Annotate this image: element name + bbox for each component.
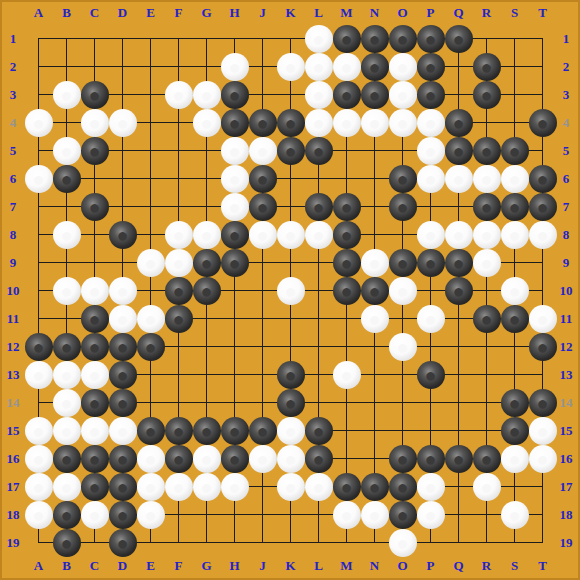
white-stone: ● <box>25 417 53 445</box>
white-stone: ● <box>221 193 249 221</box>
black-stone: ● <box>361 277 389 305</box>
white-stone: ● <box>417 165 445 193</box>
coordinate-label: 6 <box>10 171 17 187</box>
coordinate-label: 1 <box>10 31 17 47</box>
black-stone: ● <box>417 25 445 53</box>
black-stone: ● <box>193 249 221 277</box>
coordinate-label: R <box>482 558 491 574</box>
white-stone: ● <box>249 445 277 473</box>
white-stone: ● <box>137 445 165 473</box>
coordinate-label: 18 <box>560 507 573 523</box>
coordinate-label: 17 <box>560 479 573 495</box>
white-stone: ● <box>25 501 53 529</box>
coordinate-label: 6 <box>563 171 570 187</box>
black-stone: ● <box>333 221 361 249</box>
coordinate-label: N <box>370 5 379 21</box>
coordinate-label: L <box>314 558 323 574</box>
white-stone: ● <box>137 305 165 333</box>
black-stone: ● <box>445 25 473 53</box>
white-stone: ● <box>389 529 417 557</box>
white-stone: ● <box>53 277 81 305</box>
black-stone: ● <box>81 193 109 221</box>
coordinate-label: 3 <box>10 87 17 103</box>
black-stone: ● <box>473 53 501 81</box>
black-stone: ● <box>333 25 361 53</box>
coordinate-label: M <box>340 558 352 574</box>
white-stone: ● <box>361 109 389 137</box>
white-stone: ● <box>221 165 249 193</box>
black-stone: ● <box>193 277 221 305</box>
white-stone: ● <box>165 249 193 277</box>
black-stone: ● <box>501 305 529 333</box>
black-stone: ● <box>529 389 557 417</box>
white-stone: ● <box>109 109 137 137</box>
white-stone: ● <box>277 277 305 305</box>
black-stone: ● <box>81 389 109 417</box>
black-stone: ● <box>305 417 333 445</box>
coordinate-label: H <box>229 558 239 574</box>
black-stone: ● <box>81 333 109 361</box>
coordinate-label: R <box>482 5 491 21</box>
black-stone: ● <box>25 333 53 361</box>
coordinate-label: 18 <box>7 507 20 523</box>
white-stone: ● <box>81 277 109 305</box>
black-stone: ● <box>53 445 81 473</box>
black-stone: ● <box>361 53 389 81</box>
coordinate-label: K <box>285 5 295 21</box>
black-stone: ● <box>333 473 361 501</box>
black-stone: ● <box>333 193 361 221</box>
black-stone: ● <box>333 249 361 277</box>
white-stone: ● <box>501 445 529 473</box>
white-stone: ● <box>25 445 53 473</box>
white-stone: ● <box>473 473 501 501</box>
white-stone: ● <box>417 473 445 501</box>
go-board[interactable]: AABBCCDDEEFFGGHHJJKKLLMMNNOOPPQQRRSSTT11… <box>0 0 580 580</box>
white-stone: ● <box>305 473 333 501</box>
coordinate-label: F <box>175 558 183 574</box>
black-stone: ● <box>501 417 529 445</box>
coordinate-label: K <box>285 558 295 574</box>
coordinate-label: 11 <box>560 311 572 327</box>
white-stone: ● <box>81 417 109 445</box>
black-stone: ● <box>389 25 417 53</box>
black-stone: ● <box>361 25 389 53</box>
coordinate-label: 12 <box>7 339 20 355</box>
coordinate-label: 15 <box>560 423 573 439</box>
white-stone: ● <box>389 81 417 109</box>
white-stone: ● <box>221 473 249 501</box>
white-stone: ● <box>165 473 193 501</box>
black-stone: ● <box>529 193 557 221</box>
black-stone: ● <box>53 529 81 557</box>
coordinate-label: 5 <box>10 143 17 159</box>
coordinate-label: 7 <box>563 199 570 215</box>
coordinate-label: C <box>90 558 99 574</box>
black-stone: ● <box>473 445 501 473</box>
black-stone: ● <box>389 445 417 473</box>
coordinate-label: 10 <box>560 283 573 299</box>
coordinate-label: H <box>229 5 239 21</box>
black-stone: ● <box>53 501 81 529</box>
black-stone: ● <box>221 81 249 109</box>
coordinate-label: 8 <box>563 227 570 243</box>
black-stone: ● <box>109 389 137 417</box>
white-stone: ● <box>25 361 53 389</box>
white-stone: ● <box>389 277 417 305</box>
white-stone: ● <box>305 109 333 137</box>
coordinate-label: O <box>397 5 407 21</box>
coordinate-label: 17 <box>7 479 20 495</box>
white-stone: ● <box>277 221 305 249</box>
white-stone: ● <box>53 389 81 417</box>
coordinate-label: B <box>62 5 71 21</box>
black-stone: ● <box>445 137 473 165</box>
black-stone: ● <box>221 221 249 249</box>
white-stone: ● <box>109 305 137 333</box>
white-stone: ● <box>389 333 417 361</box>
black-stone: ● <box>417 53 445 81</box>
black-stone: ● <box>445 277 473 305</box>
black-stone: ● <box>445 109 473 137</box>
white-stone: ● <box>417 305 445 333</box>
black-stone: ● <box>305 137 333 165</box>
black-stone: ● <box>305 445 333 473</box>
white-stone: ● <box>333 361 361 389</box>
white-stone: ● <box>249 221 277 249</box>
coordinate-label: 2 <box>10 59 17 75</box>
white-stone: ● <box>193 109 221 137</box>
black-stone: ● <box>473 305 501 333</box>
white-stone: ● <box>417 137 445 165</box>
white-stone: ● <box>417 109 445 137</box>
white-stone: ● <box>361 249 389 277</box>
white-stone: ● <box>501 501 529 529</box>
white-stone: ● <box>501 165 529 193</box>
black-stone: ● <box>137 417 165 445</box>
coordinate-label: D <box>118 558 127 574</box>
black-stone: ● <box>109 333 137 361</box>
coordinate-label: M <box>340 5 352 21</box>
white-stone: ● <box>333 501 361 529</box>
coordinate-label: 7 <box>10 199 17 215</box>
black-stone: ● <box>361 81 389 109</box>
white-stone: ● <box>501 277 529 305</box>
black-stone: ● <box>473 193 501 221</box>
coordinate-label: 11 <box>7 311 19 327</box>
black-stone: ● <box>137 333 165 361</box>
white-stone: ● <box>277 53 305 81</box>
white-stone: ● <box>81 361 109 389</box>
white-stone: ● <box>445 165 473 193</box>
white-stone: ● <box>53 417 81 445</box>
black-stone: ● <box>277 361 305 389</box>
black-stone: ● <box>221 445 249 473</box>
white-stone: ● <box>109 277 137 305</box>
white-stone: ● <box>53 137 81 165</box>
white-stone: ● <box>389 53 417 81</box>
black-stone: ● <box>417 361 445 389</box>
white-stone: ● <box>137 473 165 501</box>
black-stone: ● <box>165 305 193 333</box>
coordinate-label: 5 <box>563 143 570 159</box>
black-stone: ● <box>221 417 249 445</box>
white-stone: ● <box>305 81 333 109</box>
white-stone: ● <box>221 137 249 165</box>
black-stone: ● <box>389 473 417 501</box>
coordinate-label: A <box>34 558 43 574</box>
white-stone: ● <box>81 109 109 137</box>
coordinate-label: S <box>511 558 518 574</box>
white-stone: ● <box>25 109 53 137</box>
white-stone: ● <box>53 473 81 501</box>
white-stone: ● <box>249 137 277 165</box>
black-stone: ● <box>501 137 529 165</box>
coordinate-label: Q <box>453 558 463 574</box>
black-stone: ● <box>501 389 529 417</box>
black-stone: ● <box>81 473 109 501</box>
white-stone: ● <box>305 25 333 53</box>
white-stone: ● <box>361 305 389 333</box>
white-stone: ● <box>389 109 417 137</box>
white-stone: ● <box>137 501 165 529</box>
coordinate-label: 13 <box>560 367 573 383</box>
coordinate-label: 14 <box>560 395 573 411</box>
coordinate-label: 9 <box>563 255 570 271</box>
white-stone: ● <box>53 361 81 389</box>
white-stone: ● <box>81 501 109 529</box>
black-stone: ● <box>277 389 305 417</box>
white-stone: ● <box>361 501 389 529</box>
black-stone: ● <box>389 249 417 277</box>
coordinate-label: G <box>201 558 211 574</box>
black-stone: ● <box>277 109 305 137</box>
coordinate-label: T <box>538 558 547 574</box>
white-stone: ● <box>193 445 221 473</box>
coordinate-label: O <box>397 558 407 574</box>
coordinate-label: 4 <box>10 115 17 131</box>
black-stone: ● <box>53 333 81 361</box>
white-stone: ● <box>277 473 305 501</box>
coordinate-label: 16 <box>560 451 573 467</box>
white-stone: ● <box>53 221 81 249</box>
black-stone: ● <box>529 333 557 361</box>
coordinate-label: J <box>259 5 266 21</box>
coordinate-label: P <box>427 5 435 21</box>
coordinate-label: 19 <box>560 535 573 551</box>
coordinate-label: 19 <box>7 535 20 551</box>
coordinate-label: E <box>146 558 155 574</box>
white-stone: ● <box>529 221 557 249</box>
coordinate-label: 8 <box>10 227 17 243</box>
black-stone: ● <box>361 473 389 501</box>
black-stone: ● <box>53 165 81 193</box>
coordinate-label: 1 <box>563 31 570 47</box>
black-stone: ● <box>249 165 277 193</box>
black-stone: ● <box>249 109 277 137</box>
coordinate-label: N <box>370 558 379 574</box>
white-stone: ● <box>305 221 333 249</box>
coordinate-label: 3 <box>563 87 570 103</box>
black-stone: ● <box>529 165 557 193</box>
black-stone: ● <box>109 445 137 473</box>
black-stone: ● <box>305 193 333 221</box>
coordinate-label: L <box>314 5 323 21</box>
coordinate-label: T <box>538 5 547 21</box>
black-stone: ● <box>417 249 445 277</box>
white-stone: ● <box>165 221 193 249</box>
black-stone: ● <box>193 417 221 445</box>
black-stone: ● <box>109 473 137 501</box>
coordinate-label: 12 <box>560 339 573 355</box>
white-stone: ● <box>529 445 557 473</box>
black-stone: ● <box>389 501 417 529</box>
black-stone: ● <box>109 501 137 529</box>
coordinate-label: P <box>427 558 435 574</box>
black-stone: ● <box>333 81 361 109</box>
white-stone: ● <box>25 473 53 501</box>
coordinate-label: F <box>175 5 183 21</box>
black-stone: ● <box>81 445 109 473</box>
white-stone: ● <box>417 501 445 529</box>
coordinate-label: 9 <box>10 255 17 271</box>
black-stone: ● <box>109 221 137 249</box>
white-stone: ● <box>417 221 445 249</box>
white-stone: ● <box>165 81 193 109</box>
coordinate-label: 16 <box>7 451 20 467</box>
coordinate-label: 14 <box>7 395 20 411</box>
black-stone: ● <box>389 165 417 193</box>
black-stone: ● <box>81 305 109 333</box>
black-stone: ● <box>81 81 109 109</box>
black-stone: ● <box>417 81 445 109</box>
black-stone: ● <box>165 417 193 445</box>
white-stone: ● <box>193 473 221 501</box>
coordinate-label: C <box>90 5 99 21</box>
white-stone: ● <box>473 165 501 193</box>
black-stone: ● <box>473 81 501 109</box>
white-stone: ● <box>529 417 557 445</box>
white-stone: ● <box>221 53 249 81</box>
black-stone: ● <box>277 137 305 165</box>
white-stone: ● <box>137 249 165 277</box>
white-stone: ● <box>333 53 361 81</box>
coordinate-label: 2 <box>563 59 570 75</box>
white-stone: ● <box>109 417 137 445</box>
white-stone: ● <box>305 53 333 81</box>
white-stone: ● <box>277 417 305 445</box>
white-stone: ● <box>193 81 221 109</box>
coordinate-label: S <box>511 5 518 21</box>
white-stone: ● <box>53 81 81 109</box>
white-stone: ● <box>529 305 557 333</box>
coordinate-label: 13 <box>7 367 20 383</box>
coordinate-label: G <box>201 5 211 21</box>
white-stone: ● <box>333 109 361 137</box>
white-stone: ● <box>501 221 529 249</box>
white-stone: ● <box>25 165 53 193</box>
black-stone: ● <box>445 445 473 473</box>
black-stone: ● <box>249 417 277 445</box>
black-stone: ● <box>529 109 557 137</box>
coordinate-label: 15 <box>7 423 20 439</box>
black-stone: ● <box>417 445 445 473</box>
coordinate-label: B <box>62 558 71 574</box>
black-stone: ● <box>221 249 249 277</box>
white-stone: ● <box>473 221 501 249</box>
white-stone: ● <box>277 445 305 473</box>
black-stone: ● <box>501 193 529 221</box>
black-stone: ● <box>81 137 109 165</box>
black-stone: ● <box>445 249 473 277</box>
black-stone: ● <box>473 137 501 165</box>
white-stone: ● <box>473 249 501 277</box>
coordinate-label: E <box>146 5 155 21</box>
black-stone: ● <box>221 109 249 137</box>
coordinate-label: J <box>259 558 266 574</box>
black-stone: ● <box>109 361 137 389</box>
black-stone: ● <box>109 529 137 557</box>
coordinate-label: D <box>118 5 127 21</box>
white-stone: ● <box>445 221 473 249</box>
coordinate-label: A <box>34 5 43 21</box>
black-stone: ● <box>333 277 361 305</box>
black-stone: ● <box>165 277 193 305</box>
black-stone: ● <box>249 193 277 221</box>
black-stone: ● <box>165 445 193 473</box>
black-stone: ● <box>389 193 417 221</box>
coordinate-label: 4 <box>563 115 570 131</box>
coordinate-label: Q <box>453 5 463 21</box>
white-stone: ● <box>193 221 221 249</box>
coordinate-label: 10 <box>7 283 20 299</box>
